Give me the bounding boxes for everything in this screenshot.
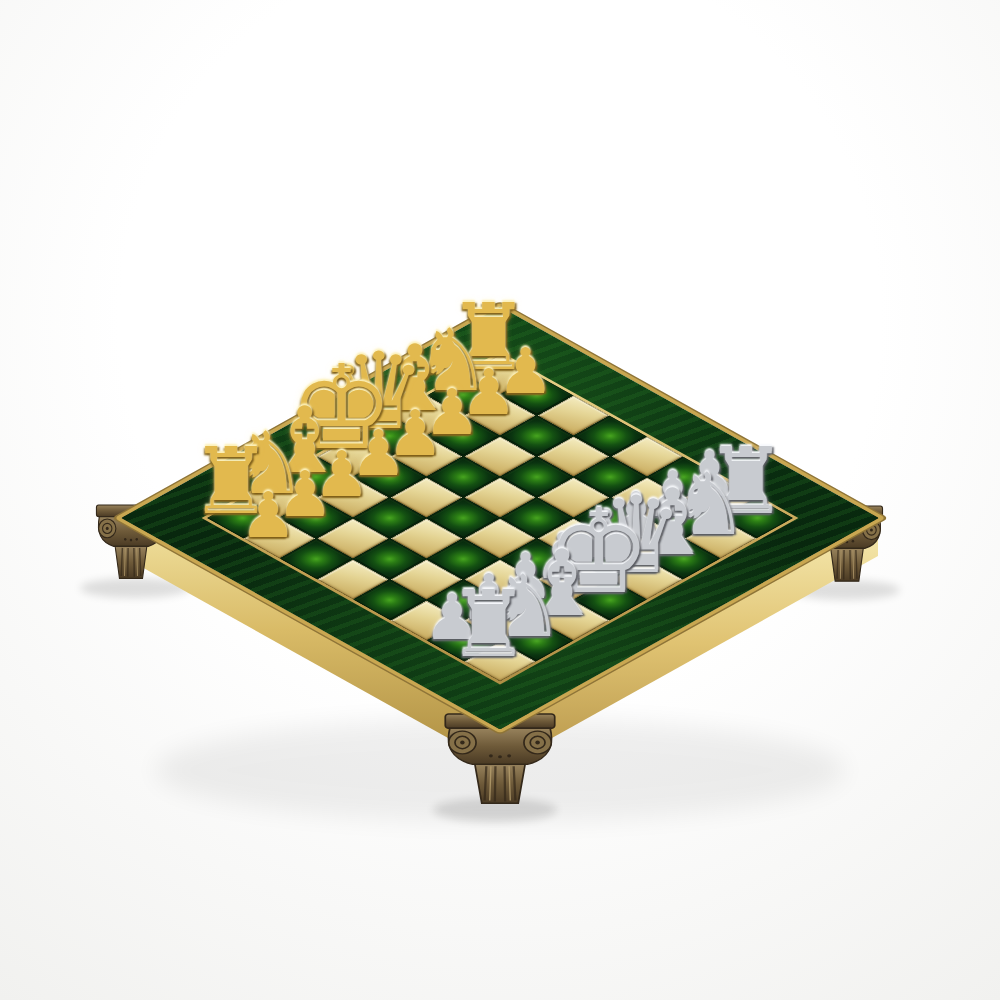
square-h8: ♜ <box>465 642 536 681</box>
pawn-glyph: ♟ <box>198 486 338 546</box>
rook-glyph: ♜ <box>419 581 559 668</box>
chess-set-photo: ♜♟♟♜♞♟♟♞♝♟♟♝♛♟♟♛♚♟♟♚♝♟♟♝♞♟♟♞♜♟♟♜ <box>0 0 1000 1000</box>
